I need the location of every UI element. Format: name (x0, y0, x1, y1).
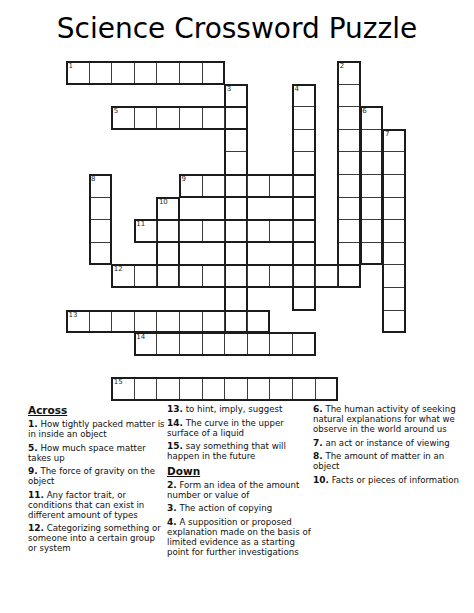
clue-number-label: 8. (313, 451, 323, 461)
clue-down-2: 2. Form an idea of the amount number or … (167, 480, 315, 500)
clue-number-label: 11. (28, 490, 44, 500)
clue-across-5: 5. How much space matter takes up (28, 443, 165, 463)
clue-section-header: Across (28, 404, 165, 416)
clue-number-label: 7. (313, 438, 323, 448)
clue-across-12: 12. Categorizing something or someone in… (28, 523, 165, 553)
clue-number-label: 5. (28, 443, 38, 453)
clue-section-header: Down (167, 465, 315, 477)
clue-column: Across1. How tightly packed matter is in… (28, 404, 165, 557)
crossword-page: Science Crossword Puzzle 123456789101112… (0, 0, 474, 613)
clue-across-9: 9. The force of gravity on the object (28, 466, 165, 486)
clue-across-13: 13. to hint, imply, suggest (167, 404, 315, 414)
clue-down-3: 3. The action of copying (167, 503, 315, 513)
clue-down-8: 8. The amount of matter in an object (313, 451, 463, 471)
clue-number-label: 6. (313, 404, 323, 414)
clue-number-label: 4. (167, 517, 177, 527)
clue-number-label: 12. (28, 523, 44, 533)
clue-across-14: 14. The curve in the upper surface of a … (167, 418, 315, 438)
clue-number-label: 14. (167, 418, 183, 428)
clue-number-label: 3. (167, 503, 177, 513)
clue-down-10: 10. Facts or pieces of information (313, 475, 463, 485)
clue-number-label: 10. (313, 475, 329, 485)
clue-across-11: 11. Any factor trait, or conditions that… (28, 490, 165, 520)
clue-column: 6. The human activity of seeking natural… (313, 404, 463, 488)
clue-number-label: 15. (167, 441, 183, 451)
clue-number-label: 2. (167, 480, 177, 490)
clue-number-label: 9. (28, 466, 38, 476)
clue-across-1: 1. How tightly packed matter is in insid… (28, 419, 165, 439)
clue-section: Across1. How tightly packed matter is in… (0, 0, 474, 613)
clue-down-7: 7. an act or instance of viewing (313, 438, 463, 448)
clue-number-label: 1. (28, 419, 38, 429)
clue-down-6: 6. The human activity of seeking natural… (313, 404, 463, 434)
clue-across-15: 15. say something that will happen in th… (167, 441, 315, 461)
clue-column: 13. to hint, imply, suggest14. The curve… (167, 404, 315, 560)
clue-number-label: 13. (167, 404, 183, 414)
clue-down-4: 4. A supposition or proposed explanation… (167, 517, 315, 557)
